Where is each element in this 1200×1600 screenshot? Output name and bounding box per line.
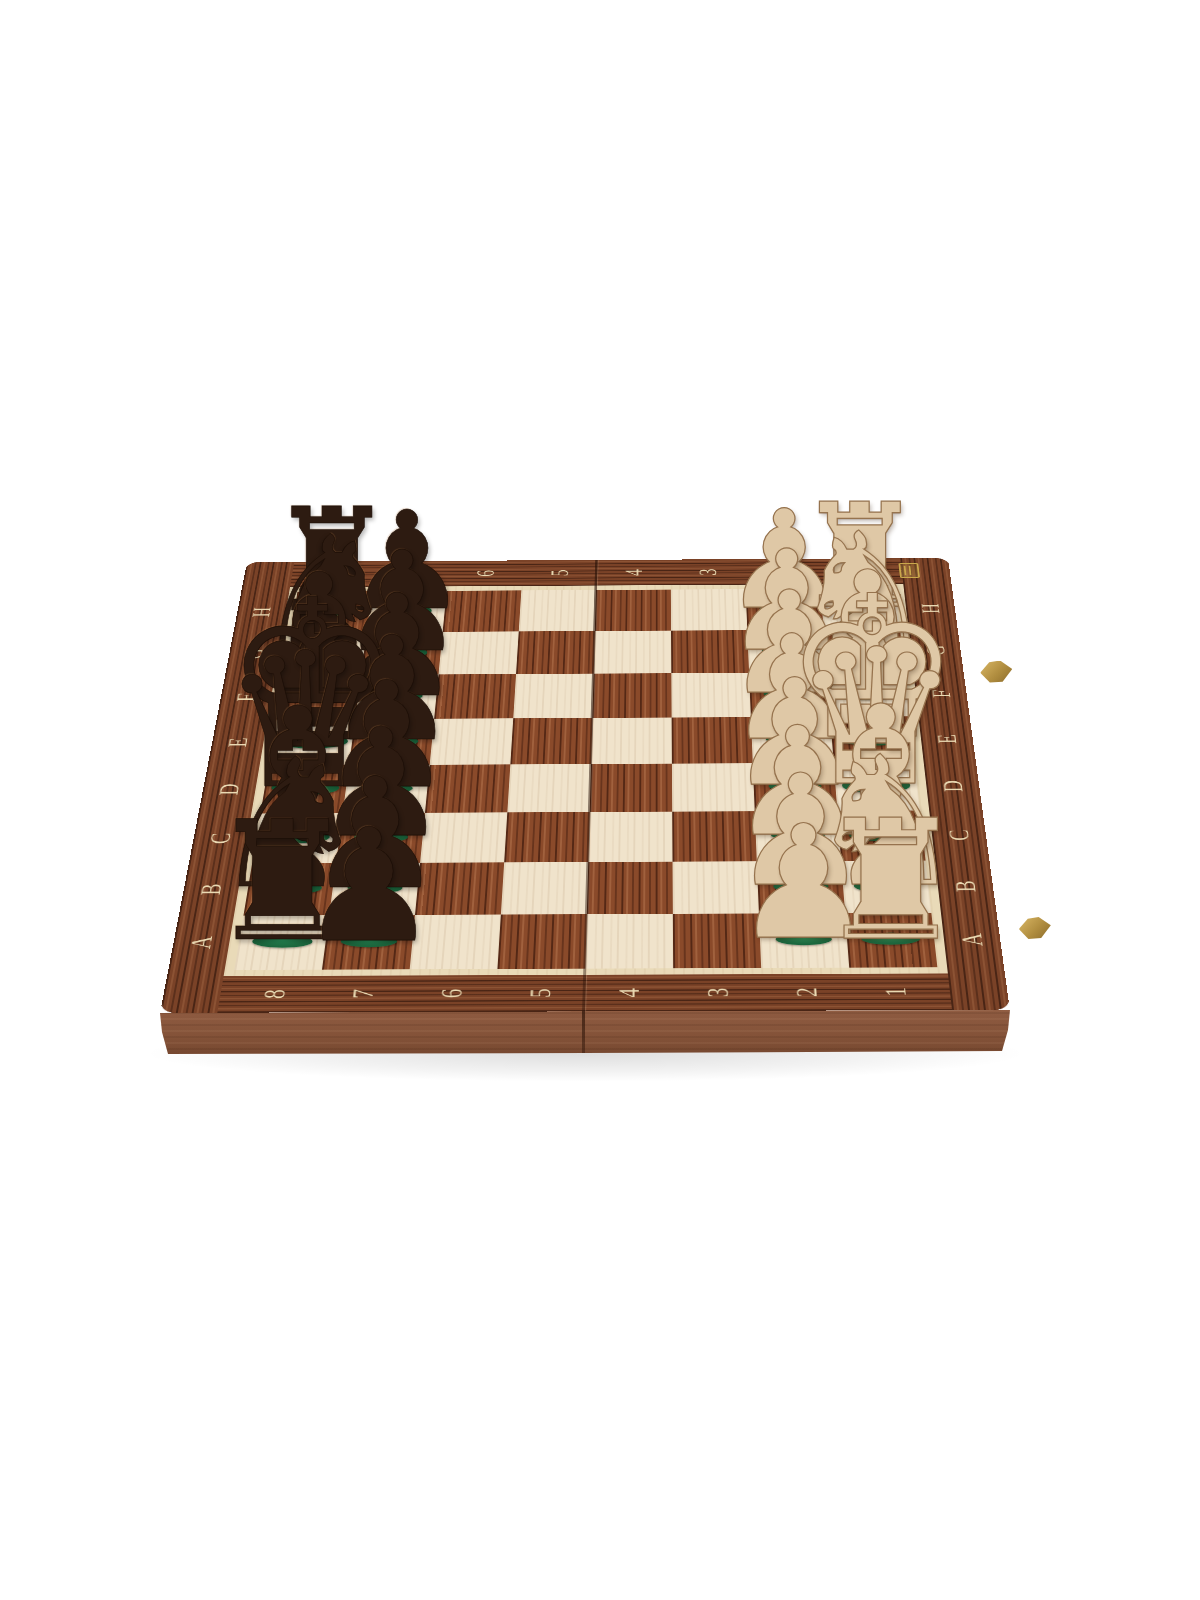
square-f5: [513, 674, 593, 719]
square-d6: [425, 764, 510, 812]
square-g8: [284, 632, 367, 675]
rank-label-bottom-3: 3: [703, 988, 733, 998]
emblem-line: [904, 566, 907, 576]
brand-emblem: [898, 563, 920, 578]
square-e3: [672, 717, 753, 763]
rank-label-bottom-1: 1: [880, 987, 911, 997]
file-label-right-B: B: [950, 880, 980, 892]
square-d8: [260, 765, 349, 813]
square-a2: [759, 913, 849, 968]
rank-label-top-3: 3: [695, 569, 720, 576]
square-a8: [234, 915, 329, 970]
square-b5: [501, 862, 588, 915]
emblem-line: [909, 566, 912, 576]
square-h2: [746, 589, 824, 630]
file-label-right-A: A: [957, 933, 988, 946]
file-label-right-D: D: [938, 780, 967, 792]
brass-clasp-lower: [1019, 917, 1051, 939]
square-e4: [591, 718, 672, 764]
square-c8: [252, 813, 343, 863]
square-e7: [349, 719, 434, 765]
rank-label-bottom-2: 2: [792, 987, 822, 997]
square-a7: [322, 915, 415, 970]
chess-board: 8877665544332211HHGGFFEEDDCCBBAA: [160, 558, 1010, 1013]
rank-label-top-2: 2: [769, 568, 794, 575]
file-label-right-C: C: [944, 829, 973, 840]
square-d7: [343, 765, 430, 813]
rank-label-bottom-5: 5: [525, 988, 555, 998]
square-g4: [594, 631, 672, 674]
square-h5: [519, 590, 596, 631]
square-c6: [420, 812, 507, 862]
square-b1: [841, 861, 931, 914]
square-d5: [507, 764, 591, 812]
square-a6: [410, 915, 501, 970]
rank-label-top-7: 7: [399, 570, 424, 577]
square-f4: [592, 673, 671, 718]
square-b4: [587, 862, 673, 915]
square-e1: [830, 716, 914, 763]
file-label-left-C: C: [206, 833, 236, 844]
square-c3: [672, 811, 757, 861]
square-c2: [755, 811, 841, 861]
square-b6: [415, 862, 504, 914]
rank-label-bottom-4: 4: [614, 988, 644, 998]
file-label-right-F: F: [928, 690, 955, 698]
square-a1: [845, 913, 937, 968]
square-a5: [497, 914, 586, 969]
rank-label-top-4: 4: [621, 569, 646, 576]
rank-label-bottom-7: 7: [348, 989, 379, 999]
file-label-right-H: H: [917, 603, 943, 613]
rank-label-top-8: 8: [325, 571, 351, 578]
rank-label-top-5: 5: [547, 570, 572, 577]
square-h6: [443, 590, 522, 631]
square-c7: [336, 813, 425, 863]
rank-label-top-6: 6: [473, 570, 498, 577]
square-d3: [672, 763, 755, 811]
box-fold-seam: [582, 1010, 585, 1054]
square-a4: [585, 914, 673, 969]
square-c4: [588, 812, 672, 862]
square-h8: [291, 591, 372, 632]
file-label-right-E: E: [933, 734, 961, 744]
square-h1: [821, 588, 900, 629]
square-d1: [834, 762, 920, 810]
square-h7: [367, 591, 447, 632]
file-label-left-G: G: [240, 649, 267, 659]
square-a3: [673, 913, 761, 968]
file-label-left-A: A: [186, 936, 217, 949]
square-c1: [837, 811, 925, 861]
square-e5: [510, 718, 592, 764]
rank-label-bottom-6: 6: [436, 989, 466, 999]
file-label-left-D: D: [215, 784, 244, 796]
square-d4: [590, 764, 672, 812]
file-label-left-B: B: [196, 884, 226, 896]
square-b8: [243, 863, 336, 915]
square-f8: [276, 675, 361, 720]
square-f1: [827, 672, 910, 717]
square-b7: [329, 863, 420, 915]
square-g2: [747, 630, 827, 673]
brass-clasp-upper: [980, 661, 1012, 683]
square-e6: [430, 718, 514, 764]
rank-label-top-1: 1: [844, 568, 869, 575]
square-e8: [268, 719, 355, 765]
rank-label-bottom-8: 8: [259, 989, 290, 999]
square-f6: [434, 674, 516, 719]
square-d2: [753, 763, 838, 811]
file-label-right-G: G: [922, 645, 949, 655]
square-g7: [361, 632, 443, 675]
square-e2: [751, 717, 834, 764]
square-f7: [355, 674, 438, 719]
square-g3: [671, 630, 749, 673]
square-f2: [749, 672, 830, 717]
square-g6: [438, 631, 518, 674]
square-g5: [516, 631, 595, 674]
square-g1: [824, 629, 905, 672]
square-f3: [671, 673, 751, 718]
square-b3: [673, 861, 759, 914]
square-b2: [757, 861, 845, 914]
file-label-left-F: F: [232, 693, 260, 701]
file-label-left-E: E: [224, 738, 252, 748]
square-h4: [595, 590, 671, 631]
file-label-left-H: H: [248, 607, 275, 617]
square-c5: [504, 812, 590, 862]
square-h3: [671, 589, 748, 630]
product-photo-scene: 8877665544332211HHGGFFEEDDCCBBAA ♜♟♟♜♞♟♟…: [0, 0, 1200, 1600]
